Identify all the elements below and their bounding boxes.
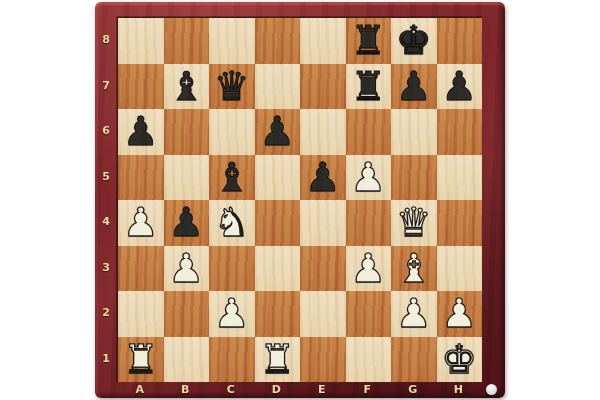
square-e4[interactable]: [300, 200, 346, 246]
square-a2[interactable]: [118, 291, 164, 337]
square-b7[interactable]: ♝: [164, 64, 210, 110]
square-d3[interactable]: [255, 246, 301, 292]
rank-label-8: 8: [95, 17, 117, 63]
square-h5[interactable]: [437, 155, 483, 201]
square-c4[interactable]: ♞: [209, 200, 255, 246]
chess-diagram: 87654321 ♜♚♝♛♜♟♟♟♟♝♟♟♟♟♞♛♟♟♝♟♟♟♜♜♚ ABCDE…: [0, 0, 600, 400]
square-a4[interactable]: ♟: [118, 200, 164, 246]
square-a1[interactable]: ♜: [118, 337, 164, 383]
square-c3[interactable]: [209, 246, 255, 292]
square-b8[interactable]: [164, 18, 210, 64]
square-f4[interactable]: [346, 200, 392, 246]
piece-black-bishop-b7[interactable]: ♝: [164, 64, 210, 110]
square-b1[interactable]: [164, 337, 210, 383]
square-h1[interactable]: ♚: [437, 337, 483, 383]
square-e5[interactable]: ♟: [300, 155, 346, 201]
piece-white-knight-c4[interactable]: ♞: [209, 200, 255, 246]
square-g6[interactable]: [391, 109, 437, 155]
square-h2[interactable]: ♟: [437, 291, 483, 337]
rank-label-7: 7: [95, 63, 117, 109]
square-h6[interactable]: [437, 109, 483, 155]
square-h3[interactable]: [437, 246, 483, 292]
square-d7[interactable]: [255, 64, 301, 110]
file-label-a: A: [117, 381, 163, 398]
piece-black-pawn-g7[interactable]: ♟: [391, 64, 437, 110]
square-e6[interactable]: [300, 109, 346, 155]
square-a6[interactable]: ♟: [118, 109, 164, 155]
piece-white-rook-a1[interactable]: ♜: [118, 337, 164, 383]
square-b4[interactable]: ♟: [164, 200, 210, 246]
square-d2[interactable]: [255, 291, 301, 337]
piece-white-rook-d1[interactable]: ♜: [255, 337, 301, 383]
square-c8[interactable]: [209, 18, 255, 64]
piece-black-pawn-b4[interactable]: ♟: [164, 200, 210, 246]
square-f1[interactable]: [346, 337, 392, 383]
square-c2[interactable]: ♟: [209, 291, 255, 337]
file-label-c: C: [208, 381, 254, 398]
piece-white-pawn-f5[interactable]: ♟: [346, 155, 392, 201]
square-b5[interactable]: [164, 155, 210, 201]
square-g5[interactable]: [391, 155, 437, 201]
square-f2[interactable]: [346, 291, 392, 337]
square-a8[interactable]: [118, 18, 164, 64]
square-f8[interactable]: ♜: [346, 18, 392, 64]
square-a7[interactable]: [118, 64, 164, 110]
side-to-move-indicator: [486, 384, 497, 395]
piece-black-pawn-h7[interactable]: ♟: [437, 64, 483, 110]
piece-white-pawn-c2[interactable]: ♟: [209, 291, 255, 337]
square-g1[interactable]: [391, 337, 437, 383]
piece-black-rook-f8[interactable]: ♜: [346, 18, 392, 64]
square-e1[interactable]: [300, 337, 346, 383]
square-e7[interactable]: [300, 64, 346, 110]
piece-white-pawn-h2[interactable]: ♟: [437, 291, 483, 337]
piece-black-pawn-e5[interactable]: ♟: [300, 155, 346, 201]
rank-label-1: 1: [95, 336, 117, 382]
file-label-d: D: [254, 381, 300, 398]
square-f6[interactable]: [346, 109, 392, 155]
piece-white-queen-g4[interactable]: ♛: [391, 200, 437, 246]
square-g8[interactable]: ♚: [391, 18, 437, 64]
rank-label-4: 4: [95, 199, 117, 245]
rank-label-3: 3: [95, 245, 117, 291]
square-d4[interactable]: [255, 200, 301, 246]
piece-black-king-g8[interactable]: ♚: [391, 18, 437, 64]
square-b2[interactable]: [164, 291, 210, 337]
file-label-f: F: [345, 381, 391, 398]
square-f5[interactable]: ♟: [346, 155, 392, 201]
file-labels: ABCDEFGH: [117, 381, 481, 398]
rank-labels: 87654321: [95, 17, 117, 381]
square-h7[interactable]: ♟: [437, 64, 483, 110]
square-g3[interactable]: ♝: [391, 246, 437, 292]
square-b6[interactable]: [164, 109, 210, 155]
square-d6[interactable]: ♟: [255, 109, 301, 155]
square-c1[interactable]: [209, 337, 255, 383]
square-e8[interactable]: [300, 18, 346, 64]
piece-white-pawn-b3[interactable]: ♟: [164, 246, 210, 292]
piece-black-rook-f7[interactable]: ♜: [346, 64, 392, 110]
file-label-h: H: [436, 381, 482, 398]
rank-label-5: 5: [95, 154, 117, 200]
square-e3[interactable]: [300, 246, 346, 292]
file-label-g: G: [390, 381, 436, 398]
piece-black-pawn-a6[interactable]: ♟: [118, 109, 164, 155]
square-d8[interactable]: [255, 18, 301, 64]
piece-white-king-h1[interactable]: ♚: [437, 337, 483, 383]
piece-black-queen-c7[interactable]: ♛: [209, 64, 255, 110]
square-f3[interactable]: ♟: [346, 246, 392, 292]
piece-black-bishop-c5[interactable]: ♝: [209, 155, 255, 201]
square-c7[interactable]: ♛: [209, 64, 255, 110]
board-frame: 87654321 ♜♚♝♛♜♟♟♟♟♝♟♟♟♟♞♛♟♟♝♟♟♟♜♜♚ ABCDE…: [95, 2, 505, 398]
square-h8[interactable]: [437, 18, 483, 64]
square-c6[interactable]: [209, 109, 255, 155]
rank-label-2: 2: [95, 290, 117, 336]
square-f7[interactable]: ♜: [346, 64, 392, 110]
piece-white-pawn-f3[interactable]: ♟: [346, 246, 392, 292]
piece-white-pawn-g2[interactable]: ♟: [391, 291, 437, 337]
square-a5[interactable]: [118, 155, 164, 201]
square-a3[interactable]: [118, 246, 164, 292]
piece-white-bishop-g3[interactable]: ♝: [391, 246, 437, 292]
square-d5[interactable]: [255, 155, 301, 201]
square-g2[interactable]: ♟: [391, 291, 437, 337]
file-label-e: E: [299, 381, 345, 398]
rank-label-6: 6: [95, 108, 117, 154]
square-b3[interactable]: ♟: [164, 246, 210, 292]
square-d1[interactable]: ♜: [255, 337, 301, 383]
chess-board[interactable]: ♜♚♝♛♜♟♟♟♟♝♟♟♟♟♞♛♟♟♝♟♟♟♜♜♚: [117, 17, 481, 381]
square-g4[interactable]: ♛: [391, 200, 437, 246]
square-h4[interactable]: [437, 200, 483, 246]
square-e2[interactable]: [300, 291, 346, 337]
piece-white-pawn-a4[interactable]: ♟: [118, 200, 164, 246]
square-g7[interactable]: ♟: [391, 64, 437, 110]
file-label-b: B: [163, 381, 209, 398]
piece-black-pawn-d6[interactable]: ♟: [255, 109, 301, 155]
square-c5[interactable]: ♝: [209, 155, 255, 201]
